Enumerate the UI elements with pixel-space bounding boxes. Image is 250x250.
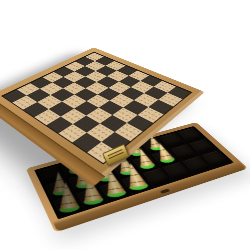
clasp-slot xyxy=(160,189,170,194)
chess-box-product-photo xyxy=(0,0,250,250)
